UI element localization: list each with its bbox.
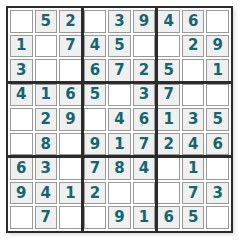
sudoku-cell-r4c7[interactable]: 7 bbox=[157, 84, 180, 107]
sudoku-cell-r5c8[interactable]: 3 bbox=[182, 108, 205, 131]
sudoku-cell-r7c9[interactable] bbox=[206, 157, 229, 180]
sudoku-cell-r8c3[interactable]: 1 bbox=[59, 182, 82, 205]
sudoku-cell-r5c9[interactable]: 5 bbox=[206, 108, 229, 131]
sudoku-cell-r8c4[interactable]: 2 bbox=[84, 182, 107, 205]
sudoku-cell-r1c6[interactable]: 9 bbox=[133, 10, 156, 33]
sudoku-cell-r1c7[interactable]: 4 bbox=[157, 10, 180, 33]
sudoku-cell-r4c4[interactable]: 5 bbox=[84, 84, 107, 107]
sudoku-cell-r3c6[interactable]: 2 bbox=[133, 59, 156, 82]
sudoku-cell-r1c2[interactable]: 5 bbox=[35, 10, 58, 33]
sudoku-cell-r2c3[interactable]: 7 bbox=[59, 35, 82, 58]
sudoku-cell-r4c6[interactable]: 3 bbox=[133, 84, 156, 107]
sudoku-cell-r4c5[interactable] bbox=[108, 84, 131, 107]
sudoku-cell-r2c6[interactable] bbox=[133, 35, 156, 58]
sudoku-cell-r5c4[interactable] bbox=[84, 108, 107, 131]
sudoku-cell-r7c7[interactable] bbox=[157, 157, 180, 180]
sudoku-cell-r3c7[interactable]: 5 bbox=[157, 59, 180, 82]
sudoku-cell-r4c3[interactable]: 6 bbox=[59, 84, 82, 107]
sudoku-cell-r6c2[interactable]: 8 bbox=[35, 133, 58, 156]
sudoku-cell-r3c5[interactable]: 7 bbox=[108, 59, 131, 82]
sudoku-cell-r4c8[interactable] bbox=[182, 84, 205, 107]
sudoku-cell-r5c3[interactable]: 9 bbox=[59, 108, 82, 131]
sudoku-cell-r9c7[interactable]: 6 bbox=[157, 206, 180, 229]
sudoku-cell-r5c6[interactable]: 6 bbox=[133, 108, 156, 131]
sudoku-cell-r9c5[interactable]: 9 bbox=[108, 206, 131, 229]
sudoku-cell-r6c9[interactable]: 6 bbox=[206, 133, 229, 156]
sudoku-cell-r9c3[interactable] bbox=[59, 206, 82, 229]
sudoku-cell-r8c9[interactable]: 3 bbox=[206, 182, 229, 205]
sudoku-cell-r7c4[interactable]: 7 bbox=[84, 157, 107, 180]
sudoku-cell-r3c9[interactable]: 1 bbox=[206, 59, 229, 82]
sudoku-cell-r9c8[interactable]: 5 bbox=[182, 206, 205, 229]
sudoku-cell-r9c4[interactable] bbox=[84, 206, 107, 229]
sudoku-cell-r4c1[interactable]: 4 bbox=[10, 84, 33, 107]
sudoku-cell-r6c6[interactable]: 7 bbox=[133, 133, 156, 156]
sudoku-cell-r9c6[interactable]: 1 bbox=[133, 206, 156, 229]
sudoku-cell-r7c8[interactable]: 1 bbox=[182, 157, 205, 180]
sudoku-cell-r3c2[interactable] bbox=[35, 59, 58, 82]
sudoku-cell-r3c1[interactable]: 3 bbox=[10, 59, 33, 82]
sudoku-cell-r2c9[interactable]: 9 bbox=[206, 35, 229, 58]
sudoku-cell-r2c5[interactable]: 5 bbox=[108, 35, 131, 58]
sudoku-cell-r9c2[interactable]: 7 bbox=[35, 206, 58, 229]
sudoku-cell-r6c1[interactable] bbox=[10, 133, 33, 156]
sudoku-cell-r4c9[interactable] bbox=[206, 84, 229, 107]
sudoku-cell-r3c4[interactable]: 6 bbox=[84, 59, 107, 82]
sudoku-cell-r6c3[interactable] bbox=[59, 133, 82, 156]
sudoku-cell-r5c5[interactable]: 4 bbox=[108, 108, 131, 131]
sudoku-cell-r9c1[interactable] bbox=[10, 206, 33, 229]
sudoku-cell-r2c1[interactable]: 1 bbox=[10, 35, 33, 58]
sudoku-cell-r1c9[interactable] bbox=[206, 10, 229, 33]
sudoku-cell-r1c4[interactable] bbox=[84, 10, 107, 33]
sudoku-cell-r3c8[interactable] bbox=[182, 59, 205, 82]
sudoku-cell-r8c6[interactable] bbox=[133, 182, 156, 205]
sudoku-cell-r2c8[interactable]: 2 bbox=[182, 35, 205, 58]
sudoku-cell-r2c2[interactable] bbox=[35, 35, 58, 58]
sudoku-cell-r8c8[interactable]: 7 bbox=[182, 182, 205, 205]
sudoku-cell-r7c2[interactable]: 3 bbox=[35, 157, 58, 180]
sudoku-cell-r1c8[interactable]: 6 bbox=[182, 10, 205, 33]
sudoku-cell-r6c8[interactable]: 4 bbox=[182, 133, 205, 156]
sudoku-cell-r7c5[interactable]: 8 bbox=[108, 157, 131, 180]
sudoku-board: 5239461745293672514165372946135891724663… bbox=[8, 8, 231, 231]
sudoku-cell-r5c7[interactable]: 1 bbox=[157, 108, 180, 131]
sudoku-cell-r8c1[interactable]: 9 bbox=[10, 182, 33, 205]
sudoku-cell-r9c9[interactable] bbox=[206, 206, 229, 229]
sudoku-cell-r6c5[interactable]: 1 bbox=[108, 133, 131, 156]
sudoku-board-frame: 5239461745293672514165372946135891724663… bbox=[6, 6, 233, 233]
sudoku-cell-r8c2[interactable]: 4 bbox=[35, 182, 58, 205]
sudoku-cell-r2c7[interactable] bbox=[157, 35, 180, 58]
sudoku-cell-r5c2[interactable]: 2 bbox=[35, 108, 58, 131]
sudoku-cell-r6c7[interactable]: 2 bbox=[157, 133, 180, 156]
sudoku-cell-r6c4[interactable]: 9 bbox=[84, 133, 107, 156]
sudoku-cell-r2c4[interactable]: 4 bbox=[84, 35, 107, 58]
sudoku-cell-r3c3[interactable] bbox=[59, 59, 82, 82]
sudoku-cell-r1c5[interactable]: 3 bbox=[108, 10, 131, 33]
sudoku-cell-r1c3[interactable]: 2 bbox=[59, 10, 82, 33]
sudoku-cell-r7c1[interactable]: 6 bbox=[10, 157, 33, 180]
sudoku-cell-r5c1[interactable] bbox=[10, 108, 33, 131]
sudoku-cell-r4c2[interactable]: 1 bbox=[35, 84, 58, 107]
sudoku-cell-r8c5[interactable] bbox=[108, 182, 131, 205]
sudoku-cell-r7c6[interactable]: 4 bbox=[133, 157, 156, 180]
sudoku-cell-r7c3[interactable] bbox=[59, 157, 82, 180]
sudoku-cell-r8c7[interactable] bbox=[157, 182, 180, 205]
sudoku-cell-r1c1[interactable] bbox=[10, 10, 33, 33]
